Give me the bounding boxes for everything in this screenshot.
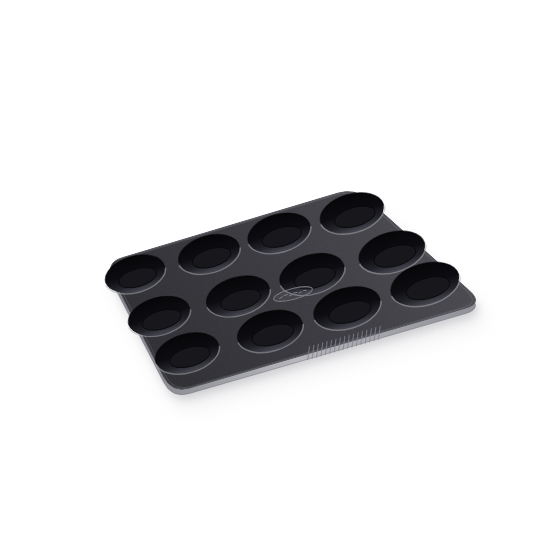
muffin-pan-illustration bbox=[0, 0, 560, 560]
product-photo-canvas bbox=[0, 0, 560, 560]
muffin-pan-photo bbox=[0, 0, 560, 560]
